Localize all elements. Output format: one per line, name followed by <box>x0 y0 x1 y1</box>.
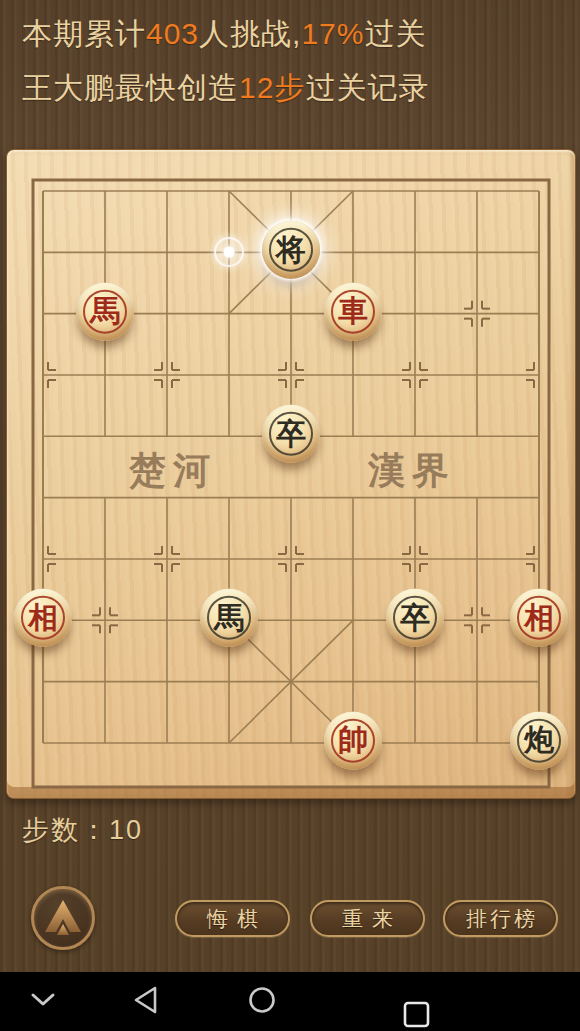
piece-black-soldier[interactable]: 卒 <box>262 405 320 463</box>
nav-home-button[interactable] <box>248 986 276 1014</box>
piece-red-elephant[interactable]: 相 <box>510 589 568 647</box>
piece-ring: 馬 <box>83 289 127 333</box>
piece-glyph: 相 <box>524 602 554 632</box>
leaderboard-button[interactable]: 排行榜 <box>443 900 558 937</box>
stat-accent-text: 403 <box>146 17 199 50</box>
piece-ring: 車 <box>331 289 375 333</box>
piece-black-horse[interactable]: 馬 <box>200 589 258 647</box>
undo-button[interactable]: 悔棋 <box>175 900 290 937</box>
step-counter-value: 10 <box>109 815 143 845</box>
piece-glyph: 将 <box>276 235 306 265</box>
nav-hide-chevron-icon[interactable] <box>30 992 56 1008</box>
stat-text: 过关 <box>364 17 426 50</box>
stat-accent-text: 17% <box>301 17 364 50</box>
piece-ring: 馬 <box>207 596 251 640</box>
piece-ring: 将 <box>269 228 313 272</box>
android-nav-bar: UC BUG 游戏网 .com ✦ <box>0 972 580 1031</box>
nav-recents-button[interactable] <box>403 1001 430 1028</box>
piece-red-chariot[interactable]: 車 <box>324 282 382 340</box>
stat-text: 人挑战, <box>199 17 301 50</box>
piece-glyph: 馬 <box>214 602 244 632</box>
piece-ring: 相 <box>21 596 65 640</box>
piece-ring: 卒 <box>269 412 313 456</box>
xiangqi-board[interactable]: 楚河 漢界 将馬車卒相馬卒相帥炮 <box>6 149 576 799</box>
stat-text: 过关记录 <box>305 71 429 104</box>
piece-glyph: 相 <box>28 602 58 632</box>
challenge-stats-line: 本期累计403人挑战,17%过关 <box>22 14 426 55</box>
piece-black-general[interactable]: 将 <box>262 221 320 279</box>
river-label-right: 漢界 <box>368 446 456 496</box>
piece-red-horse[interactable]: 馬 <box>76 282 134 340</box>
step-counter: 步数：10 <box>22 812 143 848</box>
piece-ring: 卒 <box>393 596 437 640</box>
restart-button[interactable]: 重来 <box>310 900 425 937</box>
record-line: 王大鹏最快创造12步过关记录 <box>22 68 429 109</box>
piece-glyph: 卒 <box>276 418 306 448</box>
piece-red-general[interactable]: 帥 <box>324 712 382 770</box>
step-counter-label: 步数： <box>22 815 109 845</box>
piece-red-elephant[interactable]: 相 <box>14 589 72 647</box>
piece-glyph: 馬 <box>90 296 120 326</box>
stat-accent-text: 12步 <box>239 71 305 104</box>
floating-menu-button[interactable] <box>31 886 95 950</box>
piece-ring: 帥 <box>331 719 375 763</box>
piece-black-soldier[interactable]: 卒 <box>386 589 444 647</box>
move-hint-dot[interactable] <box>214 237 244 267</box>
piece-glyph: 炮 <box>524 725 554 755</box>
stat-text: 本期累计 <box>22 17 146 50</box>
app-screen: 本期累计403人挑战,17%过关 王大鹏最快创造12步过关记录 楚河 漢界 将馬… <box>0 0 580 1031</box>
piece-black-cannon[interactable]: 炮 <box>510 712 568 770</box>
pyramid-arrow-icon <box>41 898 85 938</box>
piece-glyph: 帥 <box>338 725 368 755</box>
piece-ring: 炮 <box>517 719 561 763</box>
piece-glyph: 卒 <box>400 602 430 632</box>
piece-ring: 相 <box>517 596 561 640</box>
river-label-left: 楚河 <box>129 446 217 496</box>
stat-text: 王大鹏最快创造 <box>22 71 239 104</box>
nav-back-button[interactable] <box>131 985 159 1015</box>
piece-glyph: 車 <box>338 296 368 326</box>
